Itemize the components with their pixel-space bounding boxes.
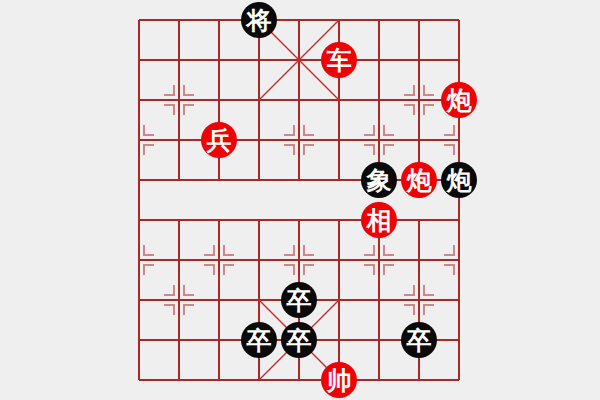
board-point[interactable] [199, 200, 239, 240]
board-point[interactable] [119, 80, 159, 120]
board-point[interactable] [439, 360, 479, 400]
red-chariot[interactable]: 车 [321, 42, 357, 78]
board-point[interactable] [399, 80, 439, 120]
board-point[interactable] [399, 240, 439, 280]
board-point[interactable]: 相 [359, 200, 399, 240]
black-cannon[interactable]: 炮 [441, 162, 477, 198]
board-point[interactable] [159, 120, 199, 160]
board-point[interactable] [319, 240, 359, 280]
board-point[interactable] [199, 240, 239, 280]
board-point[interactable] [199, 280, 239, 320]
board-point[interactable] [279, 40, 319, 80]
board-point[interactable] [239, 360, 279, 400]
board-point[interactable]: 炮 [399, 160, 439, 200]
board-point[interactable]: 炮 [439, 80, 479, 120]
board-point[interactable] [359, 280, 399, 320]
board-point[interactable]: 卒 [239, 320, 279, 360]
board-point[interactable] [199, 320, 239, 360]
board-point[interactable] [119, 200, 159, 240]
board-point[interactable] [439, 240, 479, 280]
board-point[interactable] [159, 280, 199, 320]
board-point[interactable] [279, 80, 319, 120]
board-point[interactable] [359, 320, 399, 360]
board-point[interactable] [279, 0, 319, 40]
board-point[interactable] [119, 120, 159, 160]
board-point[interactable] [279, 160, 319, 200]
board-point[interactable]: 卒 [399, 320, 439, 360]
red-elephant[interactable]: 相 [361, 202, 397, 238]
board-point[interactable] [359, 120, 399, 160]
board-point[interactable] [319, 200, 359, 240]
black-soldier[interactable]: 卒 [281, 322, 317, 358]
board-point[interactable] [119, 0, 159, 40]
board-point[interactable] [159, 0, 199, 40]
board-point[interactable]: 卒 [279, 320, 319, 360]
board-point[interactable] [359, 240, 399, 280]
board-point[interactable] [319, 0, 359, 40]
board-point[interactable] [439, 120, 479, 160]
board-point[interactable] [319, 160, 359, 200]
board-point[interactable] [399, 40, 439, 80]
board-point[interactable]: 卒 [279, 280, 319, 320]
board-point[interactable] [399, 200, 439, 240]
board-point[interactable] [399, 120, 439, 160]
xiangqi-board: 将车炮兵象炮炮相卒卒卒卒帅 [119, 0, 479, 400]
board-point[interactable] [319, 280, 359, 320]
board-point[interactable] [159, 160, 199, 200]
board-point[interactable] [199, 160, 239, 200]
black-soldier[interactable]: 卒 [281, 282, 317, 318]
board-point[interactable] [359, 0, 399, 40]
board-point[interactable] [119, 240, 159, 280]
board-point[interactable] [199, 0, 239, 40]
board-point[interactable] [279, 240, 319, 280]
red-general[interactable]: 帅 [321, 362, 357, 398]
board-point[interactable] [439, 200, 479, 240]
board-point[interactable] [119, 280, 159, 320]
red-soldier[interactable]: 兵 [201, 122, 237, 158]
board-point[interactable] [399, 280, 439, 320]
board-point[interactable] [399, 0, 439, 40]
board-point[interactable] [319, 320, 359, 360]
board-point[interactable] [159, 240, 199, 280]
board-point[interactable] [199, 360, 239, 400]
red-cannon[interactable]: 炮 [401, 162, 437, 198]
board-point[interactable] [119, 40, 159, 80]
board-point[interactable]: 帅 [319, 360, 359, 400]
board-point[interactable] [439, 280, 479, 320]
board-point[interactable] [159, 80, 199, 120]
board-point[interactable] [359, 40, 399, 80]
board-point[interactable] [119, 320, 159, 360]
black-elephant[interactable]: 象 [361, 162, 397, 198]
board-point[interactable] [199, 40, 239, 80]
board-point[interactable] [439, 0, 479, 40]
board-point[interactable]: 象 [359, 160, 399, 200]
board-point[interactable] [159, 320, 199, 360]
board-point[interactable] [239, 240, 279, 280]
board-point[interactable] [159, 200, 199, 240]
board-point[interactable] [239, 200, 279, 240]
board-point[interactable] [239, 40, 279, 80]
board-point[interactable] [239, 280, 279, 320]
board-point[interactable] [119, 160, 159, 200]
board-point[interactable] [439, 40, 479, 80]
board-point[interactable] [319, 120, 359, 160]
board-point[interactable] [439, 320, 479, 360]
board-point[interactable] [159, 360, 199, 400]
board-point[interactable] [199, 80, 239, 120]
board-point[interactable] [159, 40, 199, 80]
board-point[interactable] [399, 360, 439, 400]
board-point[interactable] [279, 360, 319, 400]
black-soldier[interactable]: 卒 [401, 322, 437, 358]
board-point[interactable] [119, 360, 159, 400]
board-point[interactable] [239, 120, 279, 160]
board-point[interactable]: 车 [319, 40, 359, 80]
board-point[interactable]: 兵 [199, 120, 239, 160]
red-cannon[interactable]: 炮 [441, 82, 477, 118]
board-point[interactable] [359, 360, 399, 400]
board-point[interactable]: 将 [239, 0, 279, 40]
board-point[interactable]: 炮 [439, 160, 479, 200]
black-soldier[interactable]: 卒 [241, 322, 277, 358]
xiangqi-board-screenshot: 将车炮兵象炮炮相卒卒卒卒帅 [0, 0, 600, 400]
black-general[interactable]: 将 [241, 2, 277, 38]
board-point[interactable] [279, 120, 319, 160]
board-point[interactable] [359, 80, 399, 120]
board-point[interactable] [279, 200, 319, 240]
board-point[interactable] [239, 160, 279, 200]
board-point[interactable] [319, 80, 359, 120]
board-point[interactable] [239, 80, 279, 120]
